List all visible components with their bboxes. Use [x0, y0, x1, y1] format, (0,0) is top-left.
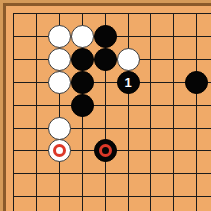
white-stone[interactable] [48, 48, 71, 71]
board-border-left [3, 3, 6, 211]
board-border-top [3, 3, 211, 6]
grid-line-horizontal [13, 13, 211, 14]
white-stone[interactable] [117, 48, 140, 71]
grid-line-horizontal [13, 128, 211, 129]
grid-line-horizontal [13, 196, 211, 197]
go-board[interactable]: 1 [0, 0, 211, 211]
grid-line-vertical [173, 13, 174, 211]
move-number-label: 1 [124, 76, 131, 89]
grid-line-vertical [128, 13, 129, 211]
grid-line-horizontal [13, 105, 211, 106]
grid-line-vertical [150, 13, 151, 211]
grid-line-horizontal [13, 173, 211, 174]
black-stone[interactable] [71, 48, 94, 71]
white-stone[interactable] [48, 71, 71, 94]
white-stone[interactable] [71, 25, 94, 48]
black-stone[interactable] [94, 48, 117, 71]
black-stone[interactable] [71, 71, 94, 94]
red-circle-marker-icon [53, 144, 66, 157]
black-stone[interactable] [94, 139, 117, 162]
white-stone[interactable] [48, 25, 71, 48]
white-stone[interactable] [48, 139, 71, 162]
black-stone[interactable] [71, 94, 94, 117]
black-stone[interactable]: 1 [117, 71, 140, 94]
grid-line-vertical [36, 13, 37, 211]
grid-line-vertical [196, 13, 197, 211]
black-stone[interactable] [185, 71, 208, 94]
grid-line-vertical [13, 13, 14, 211]
red-circle-marker-icon [99, 144, 112, 157]
black-stone[interactable] [94, 25, 117, 48]
grid-line-horizontal [13, 82, 211, 83]
white-stone[interactable] [48, 117, 71, 140]
